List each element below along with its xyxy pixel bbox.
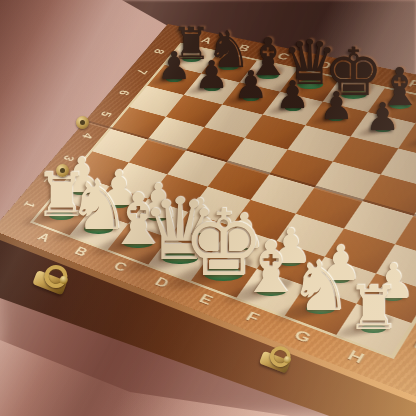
pieces-layer: ♜♞♝♛♚♝♞♜♟♟♟♟♟♟♟♟♟♟♟♟♟♟♟♟♜♞♝♛♚♝♞♜: [0, 0, 416, 416]
black-pawn-glyph: ♟: [317, 87, 355, 125]
hinge-hole: [80, 120, 85, 125]
chess-set-photo-scene: ABCDEFGH ABCDEFGH 87654321 87654321 ♜♞♝♛…: [0, 0, 416, 416]
brass-hinge-knuckle: [56, 164, 69, 177]
hinge-hole: [60, 168, 65, 173]
white-rook-glyph: ♜: [343, 278, 404, 339]
black-pawn-glyph: ♟: [364, 98, 402, 136]
black-pawn-glyph: ♟: [192, 56, 230, 94]
black-pawn-glyph: ♟: [155, 47, 193, 85]
brass-hinge-knuckle: [76, 116, 89, 129]
black-pawn-glyph: ♟: [273, 76, 311, 114]
black-pawn-glyph: ♟: [232, 66, 270, 104]
